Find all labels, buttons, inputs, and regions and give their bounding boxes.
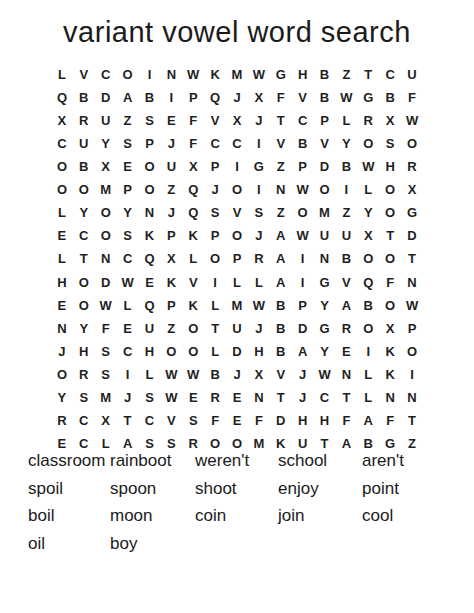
grid-cell: B [314,86,336,109]
grid-cell: A [270,247,292,270]
grid-cell: E [182,386,204,409]
grid-cell: U [401,63,423,86]
word-item: shoot [195,475,278,503]
grid-cell: Z [270,201,292,224]
grid-cell: C [117,247,139,270]
word-item: spoon [110,475,195,503]
grid-cell: P [401,317,423,340]
grid-cell: O [51,155,73,178]
grid-cell: B [292,132,314,155]
grid-cell: X [226,109,248,132]
grid-cell: X [182,155,204,178]
grid-cell: X [357,224,379,247]
word-item: rainboot [110,447,195,475]
grid-cell: N [401,386,423,409]
grid-cell: J [117,386,139,409]
grid-cell: A [117,86,139,109]
grid-cell: Q [204,86,226,109]
grid-cell: X [379,317,401,340]
grid-cell: W [248,63,270,86]
grid-cell: L [51,63,73,86]
grid-cell: W [117,271,139,294]
grid-cell: Z [160,317,182,340]
grid-cell: J [160,201,182,224]
word-item: cool [362,502,458,530]
grid-cell: D [226,340,248,363]
grid-cell: L [357,363,379,386]
grid-cell: L [226,271,248,294]
grid-cell: R [335,317,357,340]
grid-cell: H [379,155,401,178]
grid-cell: J [248,109,270,132]
grid-cell: T [379,224,401,247]
grid-cell: G [401,201,423,224]
grid-cell: J [51,340,73,363]
grid-cell: X [401,178,423,201]
grid-cell: G [314,317,336,340]
grid-cell: W [292,224,314,247]
grid-cell: V [204,109,226,132]
grid-cell: L [357,386,379,409]
grid-cell: O [379,201,401,224]
grid-cell: A [270,224,292,247]
grid-cell: Z [270,155,292,178]
grid-cell: P [292,294,314,317]
grid-cell: L [139,363,161,386]
grid-cell: U [95,109,117,132]
grid-cell: B [379,86,401,109]
grid-cell: C [117,340,139,363]
grid-cell: Y [314,294,336,317]
grid-cell: U [160,155,182,178]
grid-cell: C [51,132,73,155]
grid-cell: F [270,86,292,109]
grid-cell: L [204,340,226,363]
grid-cell: R [51,409,73,432]
grid-cell: X [95,409,117,432]
grid-cell: B [73,86,95,109]
grid-cell: M [226,63,248,86]
grid-cell: F [401,86,423,109]
grid-cell: U [139,317,161,340]
grid-cell: P [204,155,226,178]
grid-cell: X [95,155,117,178]
grid-cell: P [204,224,226,247]
grid-cell: O [139,155,161,178]
word-item: point [362,475,458,503]
grid-cell: K [182,294,204,317]
word-item: school [278,447,362,475]
grid-cell: O [204,247,226,270]
grid-cell: E [117,155,139,178]
grid-cell: L [204,294,226,317]
grid-cell: D [270,409,292,432]
grid-cell: T [204,317,226,340]
grid-cell: J [248,317,270,340]
grid-cell: O [379,247,401,270]
grid-cell: W [357,155,379,178]
grid-cell: Y [95,132,117,155]
grid-cell: O [73,271,95,294]
grid-cell: P [182,86,204,109]
grid-cell: Y [117,201,139,224]
grid-cell: J [160,132,182,155]
grid-cell: V [292,86,314,109]
grid-cell: O [357,317,379,340]
grid-cell: U [335,224,357,247]
grid-cell: H [51,271,73,294]
grid-cell: U [314,224,336,247]
word-search-worksheet: variant vowel word search LVCOINWKMWGHBZ… [0,0,474,613]
grid-cell: K [160,271,182,294]
grid-cell: P [314,109,336,132]
grid-cell: P [226,247,248,270]
grid-cell: M [314,201,336,224]
grid-cell: O [117,63,139,86]
word-item: boy [110,530,195,558]
letter-grid: LVCOINWKMWGHBZTCUQBDABIPQJXFVBWGBFXRUZSE… [51,63,423,455]
grid-cell: F [379,409,401,432]
grid-cell: C [292,109,314,132]
grid-cell: B [357,294,379,317]
grid-cell: C [73,224,95,247]
grid-cell: I [248,178,270,201]
grid-cell: Q [182,178,204,201]
grid-cell: W [401,294,423,317]
grid-cell: P [117,178,139,201]
grid-cell: C [95,63,117,86]
grid-cell: N [314,247,336,270]
grid-cell: B [270,294,292,317]
grid-cell: H [139,340,161,363]
word-item: moon [110,502,195,530]
grid-cell: F [182,109,204,132]
grid-cell: H [292,409,314,432]
grid-cell: E [335,340,357,363]
grid-cell: T [73,247,95,270]
grid-cell: U [73,132,95,155]
grid-cell: R [401,155,423,178]
grid-cell: O [160,340,182,363]
grid-cell: Z [117,109,139,132]
grid-cell: W [335,86,357,109]
grid-cell: F [95,317,117,340]
grid-cell: J [204,178,226,201]
grid-cell: S [379,132,401,155]
grid-cell: H [248,340,270,363]
grid-cell: D [314,155,336,178]
grid-cell: T [401,409,423,432]
grid-cell: O [51,178,73,201]
grid-cell: J [248,224,270,247]
grid-cell: O [226,224,248,247]
grid-cell: I [292,247,314,270]
grid-cell: H [73,340,95,363]
grid-cell: L [357,178,379,201]
grid-cell: O [292,201,314,224]
grid-cell: P [292,155,314,178]
grid-cell: N [401,271,423,294]
grid-cell: P [160,224,182,247]
grid-cell: Y [357,201,379,224]
grid-cell: K [182,224,204,247]
grid-cell: C [314,386,336,409]
grid-cell: V [226,201,248,224]
grid-cell: F [248,409,270,432]
grid-cell: G [314,271,336,294]
grid-cell: C [139,409,161,432]
grid-cell: I [226,155,248,178]
word-item: join [278,502,362,530]
grid-cell: Q [51,86,73,109]
grid-cell: N [270,178,292,201]
grid-cell: O [226,178,248,201]
grid-cell: Y [51,386,73,409]
grid-cell: O [357,247,379,270]
grid-cell: J [226,363,248,386]
grid-cell: O [379,294,401,317]
grid-cell: C [73,409,95,432]
grid-cell: N [139,201,161,224]
grid-cell: J [292,363,314,386]
grid-cell: K [379,363,401,386]
grid-cell: N [248,386,270,409]
grid-cell: A [292,340,314,363]
grid-cell: B [335,247,357,270]
grid-cell: K [139,224,161,247]
grid-cell: R [204,386,226,409]
grid-cell: E [117,317,139,340]
grid-cell: R [357,109,379,132]
grid-cell: W [248,294,270,317]
grid-cell: O [73,294,95,317]
grid-cell: T [270,109,292,132]
grid-cell: R [73,363,95,386]
grid-cell: O [182,317,204,340]
grid-cell: D [292,317,314,340]
grid-cell: X [248,363,270,386]
word-item: weren't [195,447,278,475]
grid-cell: L [335,109,357,132]
grid-cell: Q [139,247,161,270]
grid-cell: G [357,86,379,109]
grid-cell: O [95,224,117,247]
grid-cell: T [335,386,357,409]
grid-cell: S [248,201,270,224]
grid-cell: W [95,294,117,317]
grid-cell: J [292,386,314,409]
grid-cell: G [248,155,270,178]
grid-cell: J [226,86,248,109]
grid-cell: M [95,178,117,201]
grid-cell: O [379,178,401,201]
grid-cell: V [335,271,357,294]
grid-cell: O [95,201,117,224]
grid-cell: S [73,386,95,409]
grid-cell: C [379,63,401,86]
grid-cell: Y [73,201,95,224]
grid-cell: I [160,86,182,109]
grid-cell: B [335,155,357,178]
grid-cell: M [226,294,248,317]
word-item: classroom [28,447,110,475]
grid-cell: M [95,386,117,409]
grid-cell: S [95,363,117,386]
grid-cell: X [160,247,182,270]
grid-cell: R [248,247,270,270]
grid-cell: U [226,317,248,340]
grid-cell: Q [139,294,161,317]
grid-cell: I [117,363,139,386]
grid-cell: A [270,271,292,294]
grid-cell: D [401,224,423,247]
grid-cell: W [182,363,204,386]
grid-cell: D [95,86,117,109]
grid-cell: K [204,63,226,86]
grid-cell: E [226,409,248,432]
grid-cell: S [139,109,161,132]
grid-cell: B [204,363,226,386]
grid-cell: L [248,271,270,294]
grid-cell: E [160,109,182,132]
grid-cell: K [379,340,401,363]
grid-cell: W [292,178,314,201]
grid-cell: O [139,178,161,201]
grid-cell: E [226,386,248,409]
grid-cell: E [51,224,73,247]
grid-cell: V [270,363,292,386]
grid-cell: Z [160,178,182,201]
grid-cell: A [335,294,357,317]
grid-cell: I [292,271,314,294]
grid-cell: I [357,340,379,363]
grid-cell: W [401,109,423,132]
grid-cell: B [139,86,161,109]
grid-cell: O [73,178,95,201]
grid-cell: V [270,132,292,155]
grid-cell: N [95,247,117,270]
grid-cell: V [73,63,95,86]
grid-cell: V [182,271,204,294]
word-item: boil [28,502,110,530]
grid-cell: W [160,386,182,409]
grid-cell: S [117,132,139,155]
grid-cell: L [182,247,204,270]
grid-cell: Z [335,63,357,86]
grid-cell: Y [314,340,336,363]
grid-cell: V [160,409,182,432]
grid-cell: P [139,132,161,155]
grid-cell: T [117,409,139,432]
grid-cell: L [51,201,73,224]
grid-cell: L [51,247,73,270]
grid-cell: O [51,363,73,386]
grid-cell: S [95,340,117,363]
word-list: classroomrainbootweren'tschoolaren'tspoi… [28,447,458,557]
grid-cell: S [182,409,204,432]
puzzle-title: variant vowel word search [0,16,474,49]
grid-cell: W [160,363,182,386]
grid-cell: E [139,271,161,294]
grid-cell: R [73,109,95,132]
grid-cell: S [117,224,139,247]
grid-cell: D [95,271,117,294]
grid-cell: O [401,340,423,363]
grid-cell: P [160,294,182,317]
grid-cell: X [51,109,73,132]
grid-cell: O [357,132,379,155]
word-item: enjoy [278,475,362,503]
grid-cell: S [139,386,161,409]
grid-cell: L [117,294,139,317]
grid-cell: I [401,363,423,386]
grid-cell: C [226,132,248,155]
grid-cell: G [270,63,292,86]
grid-cell: X [379,109,401,132]
grid-cell: T [357,63,379,86]
grid-cell: I [204,271,226,294]
grid-cell: H [314,409,336,432]
grid-cell: E [51,294,73,317]
grid-cell: F [335,409,357,432]
grid-cell: O [314,178,336,201]
grid-cell: S [204,201,226,224]
grid-cell: Q [357,271,379,294]
grid-cell: B [270,317,292,340]
grid-cell: V [314,132,336,155]
grid-cell: N [160,63,182,86]
grid-cell: N [335,363,357,386]
grid-cell: T [401,247,423,270]
grid-cell: X [248,86,270,109]
grid-cell: T [270,386,292,409]
grid-cell: B [270,340,292,363]
grid-cell: I [139,63,161,86]
grid-cell: N [379,386,401,409]
grid-cell: B [314,63,336,86]
grid-cell: N [51,317,73,340]
grid-cell: I [248,132,270,155]
grid-cell: F [182,132,204,155]
word-item: oil [28,530,110,558]
grid-cell: Q [182,201,204,224]
grid-cell: I [335,178,357,201]
word-item: spoil [28,475,110,503]
grid-cell: W [182,63,204,86]
grid-cell: Y [335,132,357,155]
word-item: coin [195,502,278,530]
grid-cell: Z [335,201,357,224]
grid-cell: F [379,271,401,294]
grid-cell: H [292,63,314,86]
grid-cell: F [204,409,226,432]
grid-cell: C [204,132,226,155]
grid-cell: O [182,340,204,363]
grid-cell: W [314,363,336,386]
grid-cell: Y [73,317,95,340]
word-item: aren't [362,447,458,475]
grid-cell: O [401,132,423,155]
grid-cell: B [73,155,95,178]
grid-cell: A [357,409,379,432]
